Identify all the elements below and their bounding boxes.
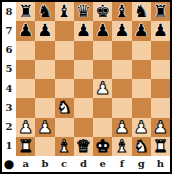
square-g3[interactable] — [132, 98, 151, 117]
move-indicator-cell: ● — [2, 156, 16, 172]
square-b1[interactable] — [35, 137, 54, 156]
square-g7[interactable]: ♟ — [132, 21, 151, 40]
square-d2[interactable] — [74, 118, 93, 137]
square-a8[interactable]: ♜ — [16, 2, 35, 21]
file-label-d: d — [74, 156, 93, 172]
black-pawn-d7[interactable]: ♟ — [76, 22, 91, 39]
black-knight-b8[interactable]: ♞ — [37, 3, 52, 20]
square-c2[interactable] — [55, 118, 74, 137]
square-d3[interactable] — [74, 98, 93, 117]
black-pawn-g7[interactable]: ♟ — [134, 22, 149, 39]
rank-label-5: 5 — [2, 60, 16, 79]
square-a1[interactable]: ♜ — [16, 137, 35, 156]
square-f2[interactable]: ♟ — [112, 118, 131, 137]
rank-label-7: 7 — [2, 21, 16, 40]
square-d8[interactable]: ♛ — [74, 2, 93, 21]
black-to-move-indicator: ● — [4, 158, 14, 170]
square-c1[interactable]: ♝ — [55, 137, 74, 156]
square-e5[interactable] — [93, 60, 112, 79]
square-f5[interactable] — [112, 60, 131, 79]
file-label-g: g — [132, 156, 151, 172]
square-d1[interactable]: ♛ — [74, 137, 93, 156]
square-a4[interactable] — [16, 79, 35, 98]
square-e7[interactable]: ♟ — [93, 21, 112, 40]
square-c5[interactable] — [55, 60, 74, 79]
white-bishop-c1[interactable]: ♝ — [57, 137, 72, 154]
black-bishop-f8[interactable]: ♝ — [114, 3, 129, 20]
square-c7[interactable] — [55, 21, 74, 40]
white-king-e1[interactable]: ♚ — [95, 137, 110, 154]
chess-diagram: 87654321 ♜♞♝♛♚♝♞♜♟♟♟♟♟♟♟♟♞♟♟♟♟♟♜♝♛♚♝♞♜ ●… — [0, 0, 172, 174]
white-rook-h1[interactable]: ♜ — [153, 137, 168, 154]
file-label-f: f — [112, 156, 131, 172]
square-g5[interactable] — [132, 60, 151, 79]
square-f8[interactable]: ♝ — [112, 2, 131, 21]
square-g2[interactable]: ♟ — [132, 118, 151, 137]
black-knight-g8[interactable]: ♞ — [134, 3, 149, 20]
file-label-c: c — [55, 156, 74, 172]
file-label-h: h — [151, 156, 170, 172]
white-queen-d1[interactable]: ♛ — [76, 137, 91, 154]
square-e6[interactable] — [93, 41, 112, 60]
square-d7[interactable]: ♟ — [74, 21, 93, 40]
white-pawn-b2[interactable]: ♟ — [37, 118, 52, 135]
file-labels: abcdefgh — [16, 156, 170, 172]
rank-label-3: 3 — [2, 98, 16, 117]
square-e8[interactable]: ♚ — [93, 2, 112, 21]
square-c4[interactable] — [55, 79, 74, 98]
square-a2[interactable]: ♟ — [16, 118, 35, 137]
square-h2[interactable]: ♟ — [151, 118, 170, 137]
square-b4[interactable] — [35, 79, 54, 98]
square-b6[interactable] — [35, 41, 54, 60]
white-pawn-g2[interactable]: ♟ — [134, 118, 149, 135]
square-g8[interactable]: ♞ — [132, 2, 151, 21]
square-f7[interactable]: ♟ — [112, 21, 131, 40]
square-a3[interactable] — [16, 98, 35, 117]
black-pawn-b7[interactable]: ♟ — [37, 22, 52, 39]
square-f4[interactable] — [112, 79, 131, 98]
black-pawn-a7[interactable]: ♟ — [18, 22, 33, 39]
white-rook-a1[interactable]: ♜ — [18, 137, 33, 154]
file-label-a: a — [16, 156, 35, 172]
black-pawn-h7[interactable]: ♟ — [153, 22, 168, 39]
white-knight-c3[interactable]: ♞ — [57, 99, 72, 116]
chess-board[interactable]: ♜♞♝♛♚♝♞♜♟♟♟♟♟♟♟♟♞♟♟♟♟♟♜♝♛♚♝♞♜ — [16, 2, 170, 156]
black-queen-d8[interactable]: ♛ — [76, 3, 91, 20]
square-b3[interactable] — [35, 98, 54, 117]
white-pawn-f2[interactable]: ♟ — [114, 118, 129, 135]
square-c8[interactable]: ♝ — [55, 2, 74, 21]
rank-label-1: 1 — [2, 137, 16, 156]
file-label-b: b — [35, 156, 54, 172]
square-a7[interactable]: ♟ — [16, 21, 35, 40]
rank-label-6: 6 — [2, 41, 16, 60]
rank-label-2: 2 — [2, 118, 16, 137]
square-b7[interactable]: ♟ — [35, 21, 54, 40]
white-pawn-a2[interactable]: ♟ — [18, 118, 33, 135]
square-d4[interactable] — [74, 79, 93, 98]
square-h8[interactable]: ♜ — [151, 2, 170, 21]
square-h3[interactable] — [151, 98, 170, 117]
square-d6[interactable] — [74, 41, 93, 60]
square-c6[interactable] — [55, 41, 74, 60]
square-h5[interactable] — [151, 60, 170, 79]
square-a5[interactable] — [16, 60, 35, 79]
black-pawn-e7[interactable]: ♟ — [95, 22, 110, 39]
black-king-e8[interactable]: ♚ — [95, 3, 110, 20]
rank-label-8: 8 — [2, 2, 16, 21]
white-bishop-f1[interactable]: ♝ — [114, 137, 129, 154]
square-b2[interactable]: ♟ — [35, 118, 54, 137]
white-pawn-h2[interactable]: ♟ — [153, 118, 168, 135]
square-b5[interactable] — [35, 60, 54, 79]
black-pawn-f7[interactable]: ♟ — [114, 22, 129, 39]
rank-labels: 87654321 — [2, 2, 16, 156]
rank-label-4: 4 — [2, 79, 16, 98]
square-e3[interactable] — [93, 98, 112, 117]
square-f1[interactable]: ♝ — [112, 137, 131, 156]
square-e4[interactable]: ♟ — [93, 79, 112, 98]
black-bishop-c8[interactable]: ♝ — [57, 3, 72, 20]
white-knight-g1[interactable]: ♞ — [134, 137, 149, 154]
file-label-e: e — [93, 156, 112, 172]
square-g4[interactable] — [132, 79, 151, 98]
square-h6[interactable] — [151, 41, 170, 60]
white-pawn-e4[interactable]: ♟ — [95, 80, 110, 97]
square-a6[interactable] — [16, 41, 35, 60]
square-h4[interactable] — [151, 79, 170, 98]
square-c3[interactable]: ♞ — [55, 98, 74, 117]
square-h7[interactable]: ♟ — [151, 21, 170, 40]
square-g6[interactable] — [132, 41, 151, 60]
square-d5[interactable] — [74, 60, 93, 79]
square-f3[interactable] — [112, 98, 131, 117]
square-e2[interactable] — [93, 118, 112, 137]
square-b8[interactable]: ♞ — [35, 2, 54, 21]
square-h1[interactable]: ♜ — [151, 137, 170, 156]
square-e1[interactable]: ♚ — [93, 137, 112, 156]
square-f6[interactable] — [112, 41, 131, 60]
black-rook-h8[interactable]: ♜ — [153, 3, 168, 20]
black-rook-a8[interactable]: ♜ — [18, 3, 33, 20]
square-g1[interactable]: ♞ — [132, 137, 151, 156]
